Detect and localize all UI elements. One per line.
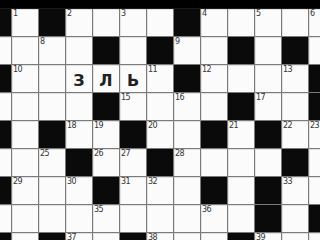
- cell-r9-c8[interactable]: [174, 233, 200, 240]
- cell-r7-c12[interactable]: 33: [282, 177, 308, 204]
- clue-number: 5: [256, 9, 261, 18]
- cell-r3-c7[interactable]: 11: [147, 65, 173, 92]
- cell-r4-c6[interactable]: 15: [120, 93, 146, 120]
- cell-r8-c4[interactable]: [66, 205, 92, 232]
- cell-r5-c7[interactable]: 20: [147, 121, 173, 148]
- cell-r4-c4[interactable]: [66, 93, 92, 120]
- cell-r1-c7[interactable]: [147, 9, 173, 36]
- clue-number: 15: [121, 93, 130, 102]
- cell-r2-c9[interactable]: [201, 37, 227, 64]
- cell-r1-c4[interactable]: 2: [66, 9, 92, 36]
- clue-number: 6: [310, 9, 315, 18]
- black-cell-r1-c1: [0, 9, 11, 36]
- cell-r2-c11[interactable]: [255, 37, 281, 64]
- cell-r1-c6[interactable]: 3: [120, 9, 146, 36]
- clue-number: 25: [40, 149, 49, 158]
- cell-r9-c4[interactable]: 37: [66, 233, 92, 240]
- cell-r6-c2[interactable]: [12, 149, 38, 176]
- cell-r6-c10[interactable]: [228, 149, 254, 176]
- cell-r9-c13[interactable]: [309, 233, 320, 240]
- cell-r9-c11[interactable]: 39: [255, 233, 281, 240]
- cell-r7-c8[interactable]: [174, 177, 200, 204]
- cell-r5-c2[interactable]: [12, 121, 38, 148]
- cell-r9-c7[interactable]: 38: [147, 233, 173, 240]
- cell-r8-c8[interactable]: [174, 205, 200, 232]
- black-cell-r1-c3: [39, 9, 65, 36]
- black-cell-r7-c5: [93, 177, 119, 204]
- cell-r1-c9[interactable]: 4: [201, 9, 227, 36]
- clue-number: 32: [148, 177, 157, 186]
- black-cell-r7-c1: [0, 177, 11, 204]
- clue-number: 13: [283, 65, 292, 74]
- cell-r8-c3[interactable]: [39, 205, 65, 232]
- cell-r7-c13[interactable]: [309, 177, 320, 204]
- black-cell-r4-c13: [309, 93, 320, 120]
- clue-number: 4: [202, 9, 207, 18]
- cell-r7-c2[interactable]: 29: [12, 177, 38, 204]
- black-cell-r2-c10: [228, 37, 254, 64]
- clue-number: 35: [94, 205, 103, 214]
- crossword-grid: 12345678910ЗЛЬ11121314151617181920212223…: [0, 8, 320, 240]
- clue-number: 12: [202, 65, 211, 74]
- cell-r2-c1[interactable]: 7: [0, 37, 11, 64]
- cell-r3-c10[interactable]: [228, 65, 254, 92]
- cell-r6-c13[interactable]: [309, 149, 320, 176]
- clue-number: 20: [148, 121, 157, 130]
- cell-r2-c8[interactable]: 9: [174, 37, 200, 64]
- clue-number: 16: [175, 93, 184, 102]
- black-cell-r6-c4: [66, 149, 92, 176]
- black-cell-r4-c10: [228, 93, 254, 120]
- cell-r4-c1[interactable]: 14: [0, 93, 11, 120]
- cell-r2-c3[interactable]: 8: [39, 37, 65, 64]
- cell-r2-c13[interactable]: [309, 37, 320, 64]
- black-cell-r5-c11: [255, 121, 281, 148]
- cell-r7-c3[interactable]: [39, 177, 65, 204]
- cell-r8-c1[interactable]: 34: [0, 205, 11, 232]
- cell-r3-c2[interactable]: 10: [12, 65, 38, 92]
- clue-number: 36: [202, 205, 211, 214]
- clue-number: 2: [67, 9, 72, 18]
- black-cell-r3-c8: [174, 65, 200, 92]
- clue-number: 11: [148, 65, 157, 74]
- clue-number: 27: [121, 149, 130, 158]
- cell-r9-c12[interactable]: [282, 233, 308, 240]
- page-background: 12345678910ЗЛЬ11121314151617181920212223…: [0, 0, 320, 240]
- cell-r1-c13[interactable]: 6: [309, 9, 320, 36]
- black-cell-r7-c11: [255, 177, 281, 204]
- black-cell-r5-c6: [120, 121, 146, 148]
- cell-r5-c8[interactable]: [174, 121, 200, 148]
- black-cell-r5-c3: [39, 121, 65, 148]
- black-cell-r6-c12: [282, 149, 308, 176]
- cell-r3-c6[interactable]: Ь: [120, 65, 146, 92]
- cell-r8-c9[interactable]: 36: [201, 205, 227, 232]
- cell-r8-c7[interactable]: [147, 205, 173, 232]
- black-cell-r9-c1: [0, 233, 11, 240]
- cell-r1-c2[interactable]: 1: [12, 9, 38, 36]
- cell-r6-c8[interactable]: 28: [174, 149, 200, 176]
- black-cell-r2-c5: [93, 37, 119, 64]
- black-cell-r5-c1: [0, 121, 11, 148]
- clue-number: 28: [175, 149, 184, 158]
- cell-r4-c3[interactable]: [39, 93, 65, 120]
- cell-r1-c5[interactable]: [93, 9, 119, 36]
- clue-number: 10: [13, 65, 22, 74]
- black-cell-r2-c12: [282, 37, 308, 64]
- clue-number: 33: [283, 177, 292, 186]
- black-cell-r8-c11: [255, 205, 281, 232]
- black-cell-r5-c9: [201, 121, 227, 148]
- cell-letter: Ь: [120, 65, 146, 92]
- cell-r5-c5[interactable]: 19: [93, 121, 119, 148]
- cell-r8-c12[interactable]: [282, 205, 308, 232]
- clue-number: 17: [256, 93, 265, 102]
- cell-r3-c12[interactable]: 13: [282, 65, 308, 92]
- cell-r3-c3[interactable]: [39, 65, 65, 92]
- cell-r1-c11[interactable]: 5: [255, 9, 281, 36]
- cell-r2-c4[interactable]: [66, 37, 92, 64]
- cell-r5-c10[interactable]: 21: [228, 121, 254, 148]
- black-cell-r9-c6: [120, 233, 146, 240]
- clue-number: 31: [121, 177, 130, 186]
- cell-r2-c2[interactable]: [12, 37, 38, 64]
- cell-r9-c5[interactable]: [93, 233, 119, 240]
- cell-r9-c9[interactable]: [201, 233, 227, 240]
- clue-number: 8: [40, 37, 45, 46]
- clue-number: 30: [67, 177, 76, 186]
- clue-number: 37: [67, 233, 76, 240]
- cell-r1-c12[interactable]: [282, 9, 308, 36]
- cell-r1-c10[interactable]: [228, 9, 254, 36]
- clue-number: 3: [121, 9, 126, 18]
- cell-r7-c10[interactable]: [228, 177, 254, 204]
- cell-r6-c9[interactable]: [201, 149, 227, 176]
- cell-r4-c9[interactable]: [201, 93, 227, 120]
- cell-r4-c8[interactable]: 16: [174, 93, 200, 120]
- cell-r9-c2[interactable]: [12, 233, 38, 240]
- cell-r7-c6[interactable]: 31: [120, 177, 146, 204]
- clue-number: 38: [148, 233, 157, 240]
- black-cell-r7-c9: [201, 177, 227, 204]
- black-cell-r4-c5: [93, 93, 119, 120]
- black-cell-r9-c10: [228, 233, 254, 240]
- cell-r6-c5[interactable]: 26: [93, 149, 119, 176]
- black-cell-r2-c7: [147, 37, 173, 64]
- clue-number: 26: [94, 149, 103, 158]
- cell-r6-c11[interactable]: [255, 149, 281, 176]
- cell-r2-c6[interactable]: [120, 37, 146, 64]
- cell-r3-c9[interactable]: 12: [201, 65, 227, 92]
- clue-number: 19: [94, 121, 103, 130]
- black-cell-r8-c13: [309, 205, 320, 232]
- black-cell-r3-c1: [0, 65, 11, 92]
- black-cell-r9-c3: [39, 233, 65, 240]
- cell-r6-c1[interactable]: 24: [0, 149, 11, 176]
- cell-r4-c11[interactable]: 17: [255, 93, 281, 120]
- cell-r4-c7[interactable]: [147, 93, 173, 120]
- cell-r5-c13[interactable]: 23: [309, 121, 320, 148]
- clue-number: 22: [283, 121, 292, 130]
- cell-r5-c12[interactable]: 22: [282, 121, 308, 148]
- cell-r8-c5[interactable]: 35: [93, 205, 119, 232]
- clue-number: 18: [67, 121, 76, 130]
- clue-number: 9: [175, 37, 180, 46]
- clue-number: 39: [256, 233, 265, 240]
- clue-number: 21: [229, 121, 238, 130]
- cell-letter: З: [66, 65, 92, 92]
- cell-letter: Л: [93, 65, 119, 92]
- cell-r6-c6[interactable]: 27: [120, 149, 146, 176]
- cell-r7-c4[interactable]: 30: [66, 177, 92, 204]
- black-cell-r6-c7: [147, 149, 173, 176]
- cell-r7-c7[interactable]: 32: [147, 177, 173, 204]
- cell-r3-c11[interactable]: [255, 65, 281, 92]
- cell-r8-c6[interactable]: [120, 205, 146, 232]
- black-cell-r1-c8: [174, 9, 200, 36]
- cell-r5-c4[interactable]: 18: [66, 121, 92, 148]
- cell-r6-c3[interactable]: 25: [39, 149, 65, 176]
- cell-r3-c4[interactable]: З: [66, 65, 92, 92]
- clue-number: 23: [310, 121, 319, 130]
- board-frame: 12345678910ЗЛЬ11121314151617181920212223…: [0, 6, 320, 240]
- black-cell-r3-c13: [309, 65, 320, 92]
- clue-number: 1: [13, 9, 18, 18]
- cell-r3-c5[interactable]: Л: [93, 65, 119, 92]
- cell-r4-c12[interactable]: [282, 93, 308, 120]
- cell-r4-c2[interactable]: [12, 93, 38, 120]
- cell-r8-c10[interactable]: [228, 205, 254, 232]
- clue-number: 29: [13, 177, 22, 186]
- cell-r8-c2[interactable]: [12, 205, 38, 232]
